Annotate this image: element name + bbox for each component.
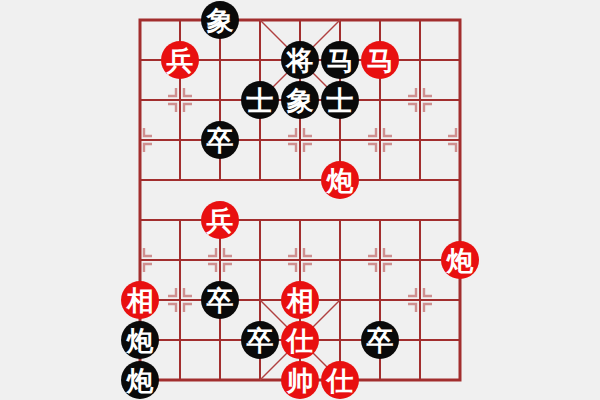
piece-grid: 象兵将马马士象士卒炮兵炮相卒相炮卒仕卒炮帅仕 bbox=[120, 0, 480, 400]
piece-black-cannon[interactable]: 炮 bbox=[121, 361, 159, 399]
piece-black-elephant[interactable]: 象 bbox=[201, 1, 239, 39]
piece-black-cannon[interactable]: 炮 bbox=[121, 321, 159, 359]
piece-black-advisor[interactable]: 士 bbox=[321, 81, 359, 119]
piece-red-elephant[interactable]: 相 bbox=[281, 281, 319, 319]
piece-red-soldier[interactable]: 兵 bbox=[161, 41, 199, 79]
piece-red-general[interactable]: 帅 bbox=[281, 361, 319, 399]
piece-black-soldier[interactable]: 卒 bbox=[201, 121, 239, 159]
piece-red-elephant[interactable]: 相 bbox=[121, 281, 159, 319]
piece-red-cannon[interactable]: 炮 bbox=[321, 161, 359, 199]
piece-red-advisor[interactable]: 仕 bbox=[321, 361, 359, 399]
piece-black-soldier[interactable]: 卒 bbox=[241, 321, 279, 359]
piece-red-soldier[interactable]: 兵 bbox=[201, 201, 239, 239]
piece-black-general[interactable]: 将 bbox=[281, 41, 319, 79]
piece-black-horse[interactable]: 马 bbox=[321, 41, 359, 79]
piece-black-elephant[interactable]: 象 bbox=[281, 81, 319, 119]
piece-black-soldier[interactable]: 卒 bbox=[361, 321, 399, 359]
piece-black-advisor[interactable]: 士 bbox=[241, 81, 279, 119]
piece-black-soldier[interactable]: 卒 bbox=[201, 281, 239, 319]
piece-red-horse[interactable]: 马 bbox=[361, 41, 399, 79]
piece-red-cannon[interactable]: 炮 bbox=[441, 241, 479, 279]
xiangqi-screenshot: 象兵将马马士象士卒炮兵炮相卒相炮卒仕卒炮帅仕 bbox=[0, 0, 600, 400]
piece-red-advisor[interactable]: 仕 bbox=[281, 321, 319, 359]
xiangqi-board[interactable]: 象兵将马马士象士卒炮兵炮相卒相炮卒仕卒炮帅仕 bbox=[120, 0, 480, 400]
